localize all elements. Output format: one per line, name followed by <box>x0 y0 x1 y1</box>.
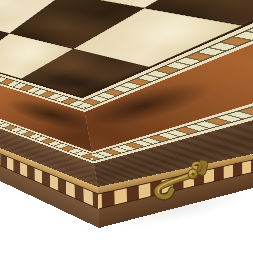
brass-clasp <box>150 148 214 206</box>
product-photo-canvas <box>0 0 253 253</box>
clasp-pivot-screw <box>191 172 194 175</box>
